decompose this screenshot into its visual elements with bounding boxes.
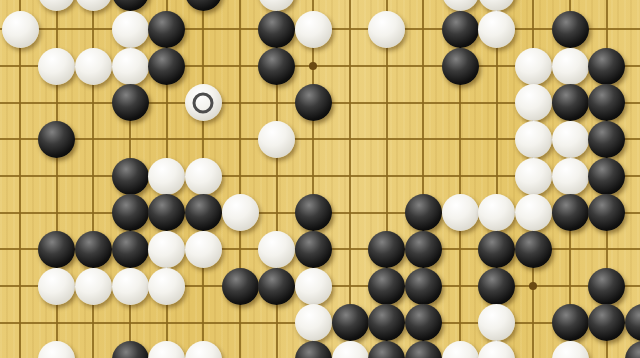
black-stone [295,194,332,231]
white-stone [38,48,75,85]
black-stone [625,304,640,341]
white-stone [2,11,39,48]
white-stone [258,0,295,11]
black-stone [442,11,479,48]
black-stone [148,11,185,48]
black-stone [478,268,515,305]
star-point-hoshi [529,282,537,290]
screenshot-stage [0,0,640,358]
black-stone [38,231,75,268]
white-stone [75,48,112,85]
black-stone [295,84,332,121]
black-stone [368,231,405,268]
black-stone [368,304,405,341]
black-stone [405,231,442,268]
black-stone [515,231,552,268]
black-stone [478,231,515,268]
white-stone [112,48,149,85]
white-stone [478,0,515,11]
black-stone [332,304,369,341]
white-stone [185,84,222,121]
white-stone [442,194,479,231]
black-stone [368,341,405,358]
white-stone [295,11,332,48]
grid-vertical-line [19,0,21,358]
white-stone [148,158,185,195]
star-point-hoshi [309,62,317,70]
black-stone [552,194,589,231]
white-stone [442,341,479,358]
black-stone [148,48,185,85]
white-stone [478,341,515,358]
white-stone [515,194,552,231]
black-stone [295,231,332,268]
white-stone [148,268,185,305]
black-stone [368,268,405,305]
white-stone [332,341,369,358]
black-stone [75,231,112,268]
black-stone [112,194,149,231]
black-stone [625,341,640,358]
black-stone [588,268,625,305]
black-stone [552,11,589,48]
white-stone [75,268,112,305]
white-stone [478,11,515,48]
white-stone [552,341,589,358]
white-stone [478,304,515,341]
white-stone [552,121,589,158]
black-stone [185,0,222,11]
black-stone [112,84,149,121]
black-stone [552,84,589,121]
black-stone [258,268,295,305]
black-stone [222,268,259,305]
white-stone [38,341,75,358]
white-stone [258,231,295,268]
black-stone [552,304,589,341]
white-stone [552,158,589,195]
black-stone [588,48,625,85]
white-stone [38,268,75,305]
black-stone [588,158,625,195]
black-stone [588,84,625,121]
white-stone [148,341,185,358]
black-stone [405,341,442,358]
white-stone [112,11,149,48]
white-stone [112,268,149,305]
black-stone [112,158,149,195]
white-stone [552,48,589,85]
black-stone [258,48,295,85]
black-stone [295,341,332,358]
black-stone [112,231,149,268]
white-stone [515,158,552,195]
white-stone [185,231,222,268]
white-stone [258,121,295,158]
white-stone [515,121,552,158]
last-move-marker-icon [193,92,214,113]
black-stone [38,121,75,158]
white-stone [295,268,332,305]
black-stone [588,121,625,158]
white-stone [75,0,112,11]
black-stone [405,268,442,305]
black-stone [588,194,625,231]
white-stone [185,341,222,358]
black-stone [588,304,625,341]
white-stone [368,11,405,48]
white-stone [148,231,185,268]
white-stone [38,0,75,11]
white-stone [515,84,552,121]
black-stone [112,341,149,358]
black-stone [148,194,185,231]
black-stone [405,304,442,341]
go-board[interactable] [0,0,640,358]
black-stone [405,194,442,231]
white-stone [295,304,332,341]
white-stone [222,194,259,231]
white-stone [515,48,552,85]
black-stone [112,0,149,11]
black-stone [258,11,295,48]
black-stone [185,194,222,231]
white-stone [442,0,479,11]
white-stone [478,194,515,231]
white-stone [185,158,222,195]
black-stone [442,48,479,85]
